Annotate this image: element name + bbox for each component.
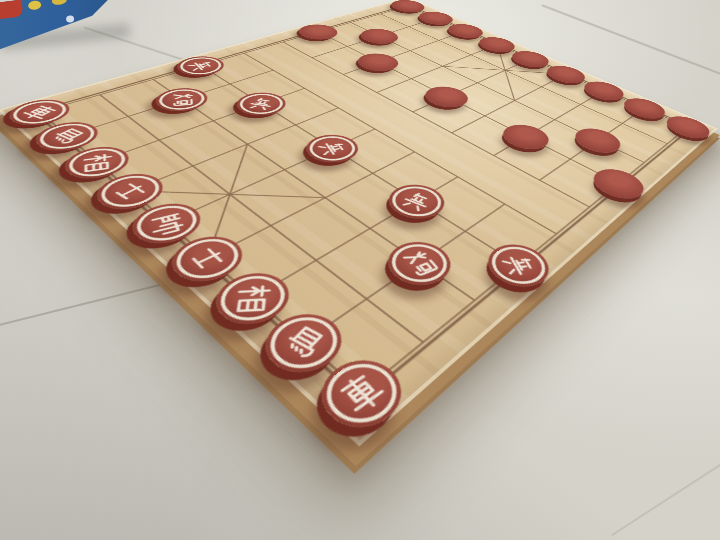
general-character-glyph (142, 207, 192, 240)
advisor-character-glyph (178, 239, 238, 279)
toybox-yellow-dot (28, 0, 42, 11)
soldier-character-glyph (182, 58, 220, 74)
elephant-character-glyph (228, 281, 278, 315)
toybox-glint (66, 15, 75, 23)
elephant-character-glyph (77, 150, 118, 174)
toybox-red-corner (0, 0, 23, 20)
chariot-character-glyph (327, 364, 397, 423)
cannon-character-glyph (393, 245, 447, 282)
soldier-character-glyph (494, 249, 544, 281)
photo-scene (0, 0, 720, 540)
soldier-character-glyph (393, 187, 440, 216)
soldier-character-glyph (242, 95, 281, 113)
cannon-character-glyph (166, 91, 199, 107)
horse-character-glyph (270, 317, 337, 368)
soldier-character-glyph (312, 137, 354, 159)
toybox-yellow-dot (51, 0, 67, 6)
